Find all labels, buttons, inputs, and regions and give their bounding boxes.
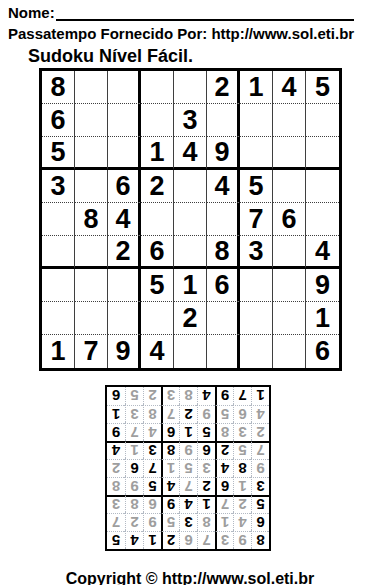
- solution-cell-r9c7: 2: [143, 387, 161, 405]
- puzzle-cell-r6c1: [42, 236, 75, 269]
- puzzle-cell-r2c1: 6: [42, 104, 75, 137]
- puzzle-cell-r8c7: [240, 302, 273, 335]
- solution-cell-r1c4: 7: [197, 531, 215, 549]
- puzzle-cell-r3c4: 1: [141, 137, 174, 170]
- puzzle-cell-r7c3: [108, 269, 141, 302]
- puzzle-cell-r2c4: [141, 104, 174, 137]
- provider-text: Passatempo Fornecido Por: http://www.sol…: [8, 25, 372, 43]
- puzzle-cell-r8c1: [42, 302, 75, 335]
- solution-cell-r3c3: 7: [215, 495, 233, 513]
- puzzle-cell-r4c1: 3: [42, 170, 75, 203]
- solution-cell-r2c7: 9: [143, 513, 161, 531]
- solution-cell-r6c7: 3: [143, 441, 161, 459]
- puzzle-cell-r5c1: [42, 203, 75, 236]
- puzzle-cell-r4c8: [273, 170, 306, 203]
- solution-cell-r8c7: 8: [143, 405, 161, 423]
- solution-cell-r2c5: 3: [179, 513, 197, 531]
- puzzle-cell-r3c3: [108, 137, 141, 170]
- solution-cell-r2c9: 7: [107, 513, 125, 531]
- puzzle-cell-r5c4: [141, 203, 174, 236]
- puzzle-cell-r9c5: [174, 335, 207, 368]
- puzzle-cell-r9c7: [240, 335, 273, 368]
- puzzle-cell-r5c9: [306, 203, 339, 236]
- puzzle-cell-r3c5: 4: [174, 137, 207, 170]
- solution-cell-r8c3: 5: [215, 405, 233, 423]
- solution-cell-r2c8: 2: [125, 513, 143, 531]
- solution-cell-r4c4: 2: [197, 477, 215, 495]
- puzzle-cell-r3c1: 5: [42, 137, 75, 170]
- solution-cell-r6c9: 4: [107, 441, 125, 459]
- puzzle-cell-r5c2: 8: [75, 203, 108, 236]
- solution-cell-r9c5: 8: [179, 387, 197, 405]
- puzzle-cell-r1c3: [108, 71, 141, 104]
- solution-cell-r5c1: 9: [251, 459, 269, 477]
- solution-cell-r3c6: 9: [161, 495, 179, 513]
- puzzle-cell-r2c7: [240, 104, 273, 137]
- puzzle-cell-r5c5: [174, 203, 207, 236]
- solution-cell-r3c9: 3: [107, 495, 125, 513]
- solution-cell-r9c9: 6: [107, 387, 125, 405]
- solution-cell-r5c2: 8: [233, 459, 251, 477]
- puzzle-cell-r6c7: 3: [240, 236, 273, 269]
- solution-cell-r7c4: 5: [197, 423, 215, 441]
- solution-cell-r6c5: 9: [179, 441, 197, 459]
- solution-cell-r7c3: 8: [215, 423, 233, 441]
- solution-cell-r3c1: 5: [251, 495, 269, 513]
- solution-cell-r7c8: 7: [125, 423, 143, 441]
- solution-cell-r9c3: 9: [215, 387, 233, 405]
- solution-cell-r1c5: 6: [179, 531, 197, 549]
- puzzle-cell-r7c8: [273, 269, 306, 302]
- puzzle-cell-r8c9: 1: [306, 302, 339, 335]
- solution-cell-r4c6: 4: [161, 477, 179, 495]
- solution-cell-r3c2: 2: [233, 495, 251, 513]
- solution-cell-r4c9: 8: [107, 477, 125, 495]
- solution-cell-r6c6: 8: [161, 441, 179, 459]
- puzzle-cell-r6c9: 4: [306, 236, 339, 269]
- solution-cell-r8c2: 6: [233, 405, 251, 423]
- puzzle-cell-r5c6: [207, 203, 240, 236]
- solution-cell-r8c6: 7: [161, 405, 179, 423]
- puzzle-cell-r7c5: 1: [174, 269, 207, 302]
- solution-cell-r6c2: 5: [233, 441, 251, 459]
- puzzle-cell-r6c5: [174, 236, 207, 269]
- solution-cell-r7c9: 9: [107, 423, 125, 441]
- solution-area: 8937621456418359275271496833162745989843…: [105, 385, 271, 551]
- sudoku-solution-grid-upside-down: 8937621456418359275271496833162745989843…: [105, 385, 271, 551]
- puzzle-cell-r2c9: [306, 104, 339, 137]
- puzzle-cell-r2c2: [75, 104, 108, 137]
- puzzle-cell-r3c7: [240, 137, 273, 170]
- solution-cell-r6c3: 2: [215, 441, 233, 459]
- solution-cell-r1c9: 5: [107, 531, 125, 549]
- puzzle-cell-r5c8: 6: [273, 203, 306, 236]
- puzzle-cell-r1c5: [174, 71, 207, 104]
- solution-cell-r2c4: 8: [197, 513, 215, 531]
- puzzle-cell-r8c8: [273, 302, 306, 335]
- puzzle-cell-r4c6: 4: [207, 170, 240, 203]
- puzzle-cell-r1c2: [75, 71, 108, 104]
- solution-cell-r4c8: 9: [125, 477, 143, 495]
- page-title: Sudoku Nível Fácil.: [28, 46, 372, 66]
- solution-cell-r4c1: 3: [251, 477, 269, 495]
- solution-cell-r6c8: 1: [125, 441, 143, 459]
- solution-cell-r5c9: 2: [107, 459, 125, 477]
- solution-cell-r8c8: 3: [125, 405, 143, 423]
- puzzle-cell-r3c6: 9: [207, 137, 240, 170]
- puzzle-cell-r9c8: [273, 335, 306, 368]
- solution-cell-r9c6: 3: [161, 387, 179, 405]
- puzzle-cell-r6c4: 6: [141, 236, 174, 269]
- puzzle-cell-r2c3: [108, 104, 141, 137]
- solution-cell-r7c1: 2: [251, 423, 269, 441]
- solution-cell-r4c2: 1: [233, 477, 251, 495]
- solution-cell-r4c3: 6: [215, 477, 233, 495]
- solution-cell-r3c7: 6: [143, 495, 161, 513]
- solution-cell-r5c4: 3: [197, 459, 215, 477]
- puzzle-cell-r7c4: 5: [141, 269, 174, 302]
- solution-cell-r9c8: 5: [125, 387, 143, 405]
- solution-cell-r2c2: 4: [233, 513, 251, 531]
- solution-cell-r1c8: 4: [125, 531, 143, 549]
- puzzle-cell-r7c7: [240, 269, 273, 302]
- solution-cell-r3c4: 1: [197, 495, 215, 513]
- puzzle-cell-r1c9: 5: [306, 71, 339, 104]
- solution-cell-r8c4: 9: [197, 405, 215, 423]
- puzzle-cell-r4c3: 6: [108, 170, 141, 203]
- puzzle-cell-r5c3: 4: [108, 203, 141, 236]
- puzzle-cell-r9c9: 6: [306, 335, 339, 368]
- name-row: Nome:: [8, 4, 354, 21]
- puzzle-cell-r1c1: 8: [42, 71, 75, 104]
- solution-cell-r8c1: 4: [251, 405, 269, 423]
- solution-cell-r7c5: 1: [179, 423, 197, 441]
- puzzle-cell-r9c1: 1: [42, 335, 75, 368]
- name-blank-line: [56, 6, 354, 21]
- puzzle-cell-r3c8: [273, 137, 306, 170]
- solution-cell-r1c7: 1: [143, 531, 161, 549]
- puzzle-cell-r1c7: 1: [240, 71, 273, 104]
- solution-cell-r5c8: 6: [125, 459, 143, 477]
- solution-cell-r9c2: 7: [233, 387, 251, 405]
- puzzle-cell-r8c6: [207, 302, 240, 335]
- puzzle-cell-r2c6: [207, 104, 240, 137]
- solution-cell-r5c7: 7: [143, 459, 161, 477]
- puzzle-cell-r1c6: 2: [207, 71, 240, 104]
- solution-cell-r1c2: 9: [233, 531, 251, 549]
- copyright-text: Copyright © http://www.sol.eti.br: [0, 570, 380, 585]
- puzzle-cell-r3c9: [306, 137, 339, 170]
- puzzle-cell-r6c3: 2: [108, 236, 141, 269]
- puzzle-cell-r8c5: 2: [174, 302, 207, 335]
- solution-cell-r9c4: 4: [197, 387, 215, 405]
- puzzle-cell-r5c7: 7: [240, 203, 273, 236]
- puzzle-cell-r8c4: [141, 302, 174, 335]
- page-header: Nome: Passatempo Fornecido Por: http://w…: [0, 0, 380, 66]
- puzzle-cell-r1c4: [141, 71, 174, 104]
- puzzle-cell-r1c8: 4: [273, 71, 306, 104]
- puzzle-cell-r4c7: 5: [240, 170, 273, 203]
- solution-cell-r6c1: 7: [251, 441, 269, 459]
- solution-cell-r5c5: 5: [179, 459, 197, 477]
- puzzle-cell-r9c6: [207, 335, 240, 368]
- solution-cell-r1c6: 2: [161, 531, 179, 549]
- solution-cell-r5c3: 4: [215, 459, 233, 477]
- solution-cell-r7c7: 4: [143, 423, 161, 441]
- solution-cell-r2c1: 6: [251, 513, 269, 531]
- solution-cell-r2c6: 5: [161, 513, 179, 531]
- solution-cell-r1c3: 3: [215, 531, 233, 549]
- puzzle-cell-r7c1: [42, 269, 75, 302]
- solution-cell-r7c6: 6: [161, 423, 179, 441]
- solution-cell-r5c6: 1: [161, 459, 179, 477]
- solution-cell-r3c8: 8: [125, 495, 143, 513]
- puzzle-cell-r2c8: [273, 104, 306, 137]
- solution-cell-r1c1: 8: [251, 531, 269, 549]
- name-label: Nome:: [8, 4, 55, 21]
- puzzle-cell-r8c2: [75, 302, 108, 335]
- puzzle-cell-r4c2: [75, 170, 108, 203]
- puzzle-cell-r6c6: 8: [207, 236, 240, 269]
- sudoku-puzzle-grid: 821456351493624584762683451692117946: [39, 68, 342, 371]
- solution-cell-r4c5: 7: [179, 477, 197, 495]
- puzzle-cell-r4c5: [174, 170, 207, 203]
- solution-cell-r4c7: 5: [143, 477, 161, 495]
- solution-cell-r6c4: 6: [197, 441, 215, 459]
- puzzle-cell-r6c8: [273, 236, 306, 269]
- puzzle-cell-r9c3: 9: [108, 335, 141, 368]
- puzzle-cell-r9c4: 4: [141, 335, 174, 368]
- solution-cell-r8c9: 1: [107, 405, 125, 423]
- solution-cell-r3c5: 4: [179, 495, 197, 513]
- solution-cell-r8c5: 2: [179, 405, 197, 423]
- puzzle-cell-r8c3: [108, 302, 141, 335]
- puzzle-cell-r9c2: 7: [75, 335, 108, 368]
- puzzle-cell-r4c9: [306, 170, 339, 203]
- solution-cell-r9c1: 1: [251, 387, 269, 405]
- puzzle-cell-r4c4: 2: [141, 170, 174, 203]
- puzzle-cell-r7c6: 6: [207, 269, 240, 302]
- solution-cell-r2c3: 1: [215, 513, 233, 531]
- puzzle-cell-r2c5: 3: [174, 104, 207, 137]
- solution-cell-r7c2: 3: [233, 423, 251, 441]
- puzzle-cell-r7c2: [75, 269, 108, 302]
- puzzle-cell-r7c9: 9: [306, 269, 339, 302]
- puzzle-cell-r6c2: [75, 236, 108, 269]
- puzzle-cell-r3c2: [75, 137, 108, 170]
